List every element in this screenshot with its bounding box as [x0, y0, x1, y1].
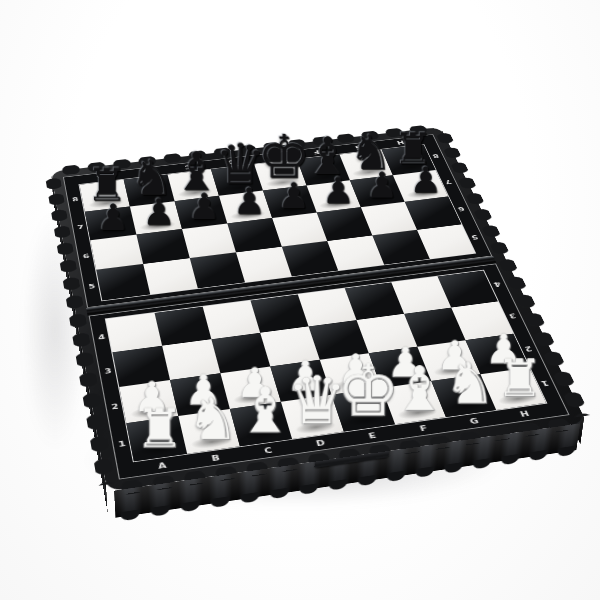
piece-white-rook: ♜ [496, 354, 543, 403]
piece-black-pawn: ♟ [142, 195, 175, 230]
clasp-latch [315, 448, 389, 468]
piece-black-pawn: ♟ [233, 184, 265, 218]
square-b1: ♞ [178, 409, 239, 454]
square-a5 [96, 264, 150, 301]
square-d4 [250, 294, 308, 332]
square-a6 [90, 235, 143, 270]
piece-black-pawn: ♟ [322, 174, 354, 208]
piece-white-bishop: ♝ [237, 380, 293, 439]
square-e7: ♟ [263, 185, 317, 218]
photo-stage: ABCDEFGH 8765 ♜♞♝♛♚♝♞♜♟♟♟♟♟♟♟♟ 8765 4321… [0, 0, 600, 600]
piece-white-bishop: ♝ [392, 359, 447, 417]
perspective-scene: ABCDEFGH 8765 ♜♞♝♛♚♝♞♜♟♟♟♟♟♟♟♟ 8765 4321… [0, 0, 600, 600]
piece-black-pawn: ♟ [97, 200, 130, 235]
board-inner: ABCDEFGH 8765 ♜♞♝♛♚♝♞♜♟♟♟♟♟♟♟♟ 8765 4321… [63, 134, 570, 479]
file-label-G: G [446, 410, 502, 431]
piece-white-knight: ♞ [444, 357, 495, 411]
square-f4 [345, 282, 404, 320]
piece-black-pawn: ♟ [366, 168, 398, 202]
rank-label-4: 4 [483, 269, 512, 302]
piece-black-pawn: ♟ [188, 189, 221, 223]
file-label-D: D [292, 432, 349, 454]
board-3d: ABCDEFGH 8765 ♜♞♝♛♚♝♞♜♟♟♟♟♟♟♟♟ 8765 4321… [51, 127, 587, 492]
piece-white-rook: ♜ [136, 403, 184, 454]
piece-black-pawn: ♟ [278, 179, 310, 213]
square-b5 [143, 258, 198, 294]
square-g4 [391, 276, 451, 313]
board-frame: ABCDEFGH 8765 ♜♞♝♛♚♝♞♜♟♟♟♟♟♟♟♟ 8765 4321… [51, 127, 587, 492]
piece-white-queen: ♛ [287, 369, 346, 432]
square-e6 [272, 213, 327, 247]
piece-white-knight: ♞ [187, 392, 239, 447]
square-d7: ♟ [219, 191, 272, 224]
